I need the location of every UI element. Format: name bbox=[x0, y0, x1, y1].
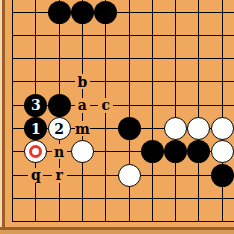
grid-line-vertical bbox=[152, 0, 153, 222]
white-stone bbox=[71, 140, 94, 163]
black-stone: 1 bbox=[24, 117, 47, 140]
black-stone bbox=[48, 1, 71, 24]
point-label-c: c bbox=[98, 98, 113, 113]
white-stone bbox=[187, 117, 210, 140]
black-stone bbox=[118, 117, 141, 140]
grid-line-horizontal bbox=[12, 35, 234, 36]
move-number-label: 2 bbox=[54, 122, 64, 136]
point-label-m: m bbox=[75, 121, 90, 136]
black-stone bbox=[211, 164, 234, 187]
grid-line-vertical bbox=[175, 0, 176, 222]
grid-line-horizontal bbox=[12, 12, 234, 13]
black-stone bbox=[71, 1, 94, 24]
white-stone bbox=[24, 140, 47, 163]
black-stone bbox=[94, 1, 117, 24]
move-number-label: 3 bbox=[31, 98, 41, 112]
black-stone: 3 bbox=[24, 94, 47, 117]
point-label-a: a bbox=[75, 98, 90, 113]
point-label-n: n bbox=[52, 144, 67, 159]
grid-line-horizontal bbox=[12, 81, 234, 82]
grid-line-horizontal bbox=[12, 221, 234, 222]
black-stone bbox=[164, 140, 187, 163]
go-board-diagram: bacmnqr312 bbox=[0, 0, 234, 234]
black-stone bbox=[141, 140, 164, 163]
grid-line-vertical bbox=[129, 0, 130, 222]
point-label-r: r bbox=[52, 168, 67, 183]
grid-line-vertical bbox=[12, 0, 13, 222]
white-stone bbox=[164, 117, 187, 140]
board-bottom-edge-outer bbox=[0, 230, 234, 234]
board-left-edge bbox=[2, 0, 5, 234]
black-stone bbox=[187, 140, 210, 163]
point-label-b: b bbox=[75, 74, 90, 89]
white-stone bbox=[211, 117, 234, 140]
circle-mark bbox=[29, 145, 42, 158]
grid-line-horizontal bbox=[12, 198, 234, 199]
black-stone bbox=[48, 94, 71, 117]
white-stone bbox=[211, 140, 234, 163]
white-stone bbox=[118, 164, 141, 187]
white-stone: 2 bbox=[48, 117, 71, 140]
grid-line-vertical bbox=[198, 0, 199, 222]
grid-line-horizontal bbox=[12, 58, 234, 59]
move-number-label: 1 bbox=[31, 122, 41, 136]
point-label-q: q bbox=[28, 168, 43, 183]
grid-line-vertical bbox=[222, 0, 223, 222]
